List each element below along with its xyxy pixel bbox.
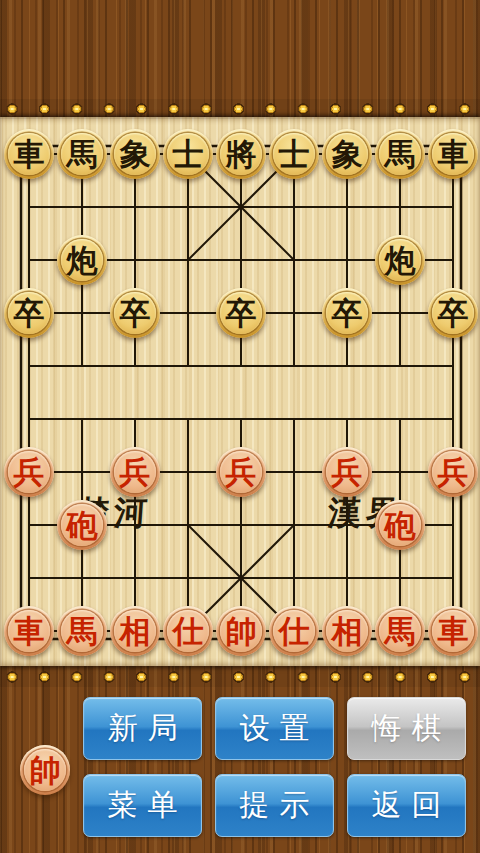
piece-glyph: 馬 <box>385 615 416 647</box>
board-point[interactable]: 卒 <box>215 287 268 340</box>
piece-red-soldier[interactable]: 兵 <box>428 447 478 497</box>
piece-glyph: 兵 <box>226 456 257 488</box>
board-point[interactable]: 仕 <box>162 605 215 658</box>
piece-black-soldier[interactable]: 卒 <box>322 288 372 338</box>
board-point[interactable] <box>3 393 56 446</box>
board-point[interactable] <box>3 340 56 393</box>
board-point[interactable] <box>321 340 374 393</box>
board-point[interactable] <box>3 552 56 605</box>
new-game-button[interactable]: 新局 <box>83 697 202 760</box>
board-point[interactable] <box>427 499 480 552</box>
piece-red-cannon[interactable]: 砲 <box>375 500 425 550</box>
board-point[interactable] <box>109 234 162 287</box>
board-point[interactable] <box>427 181 480 234</box>
board-point[interactable] <box>427 552 480 605</box>
piece-red-elephant[interactable]: 相 <box>110 606 160 656</box>
piece-glyph: 兵 <box>332 456 363 488</box>
board-point[interactable] <box>268 499 321 552</box>
piece-black-elephant[interactable]: 象 <box>110 129 160 179</box>
board-point[interactable] <box>374 287 427 340</box>
board-point[interactable] <box>374 552 427 605</box>
piece-glyph: 車 <box>438 615 469 647</box>
piece-red-general[interactable]: 帥 <box>216 606 266 656</box>
board-point[interactable] <box>374 181 427 234</box>
board-point[interactable]: 兵 <box>215 446 268 499</box>
piece-glyph: 卒 <box>120 297 151 329</box>
board-point[interactable]: 車 <box>427 605 480 658</box>
board-point[interactable]: 車 <box>3 605 56 658</box>
board-point[interactable] <box>162 446 215 499</box>
board-point[interactable] <box>427 340 480 393</box>
piece-glyph: 象 <box>332 138 363 170</box>
board-point[interactable] <box>321 181 374 234</box>
settings-button[interactable]: 设置 <box>215 697 334 760</box>
board-point[interactable] <box>321 393 374 446</box>
piece-glyph: 卒 <box>226 297 257 329</box>
rivet-rail-bottom <box>0 667 480 687</box>
board-point[interactable] <box>56 181 109 234</box>
piece-black-chariot[interactable]: 車 <box>4 129 54 179</box>
board-point[interactable] <box>56 287 109 340</box>
board-point[interactable] <box>268 393 321 446</box>
board-point[interactable] <box>109 552 162 605</box>
board-point[interactable] <box>374 393 427 446</box>
piece-glyph: 帥 <box>226 615 257 647</box>
board-point[interactable] <box>268 181 321 234</box>
board-point[interactable] <box>56 393 109 446</box>
board-point[interactable]: 兵 <box>3 446 56 499</box>
board-point[interactable]: 士 <box>162 128 215 181</box>
xiangqi-app: 楚河 漢界 車馬象士將士象馬車炮炮卒卒卒卒卒兵兵兵兵兵砲砲車馬相仕帥仕相馬車 帥… <box>0 0 480 853</box>
piece-red-soldier[interactable]: 兵 <box>4 447 54 497</box>
board-point[interactable]: 兵 <box>427 446 480 499</box>
piece-glyph: 兵 <box>438 456 469 488</box>
board-point[interactable] <box>162 181 215 234</box>
board-point[interactable] <box>162 499 215 552</box>
piece-glyph: 馬 <box>385 138 416 170</box>
rivet-rail-top <box>0 99 480 119</box>
board-point[interactable] <box>56 446 109 499</box>
board-point[interactable] <box>427 234 480 287</box>
piece-glyph: 相 <box>120 615 151 647</box>
piece-black-advisor[interactable]: 士 <box>269 129 319 179</box>
board-point[interactable] <box>109 393 162 446</box>
piece-red-soldier[interactable]: 兵 <box>216 447 266 497</box>
piece-black-soldier[interactable]: 卒 <box>110 288 160 338</box>
board-point[interactable]: 相 <box>109 605 162 658</box>
piece-black-soldier[interactable]: 卒 <box>4 288 54 338</box>
piece-glyph: 卒 <box>14 297 45 329</box>
board-point[interactable] <box>3 499 56 552</box>
hint-button[interactable]: 提示 <box>215 774 334 837</box>
board-point[interactable] <box>268 340 321 393</box>
piece-black-soldier[interactable]: 卒 <box>428 288 478 338</box>
button-grid: 新局设置悔棋菜单提示返回 <box>83 697 466 837</box>
board-point[interactable] <box>162 393 215 446</box>
board-point[interactable] <box>215 234 268 287</box>
board-point[interactable] <box>321 499 374 552</box>
piece-red-cannon[interactable]: 砲 <box>57 500 107 550</box>
piece-red-soldier[interactable]: 兵 <box>110 447 160 497</box>
board-point[interactable]: 兵 <box>321 446 374 499</box>
board-point[interactable] <box>3 181 56 234</box>
board-point[interactable]: 卒 <box>109 287 162 340</box>
piece-red-soldier[interactable]: 兵 <box>322 447 372 497</box>
board-point[interactable] <box>374 340 427 393</box>
piece-glyph: 車 <box>14 138 45 170</box>
board-point[interactable]: 帥 <box>215 605 268 658</box>
board-point[interactable] <box>56 340 109 393</box>
piece-glyph: 士 <box>173 138 204 170</box>
piece-glyph: 將 <box>226 138 257 170</box>
board-point[interactable]: 砲 <box>56 499 109 552</box>
board-point[interactable]: 馬 <box>374 128 427 181</box>
board-point[interactable] <box>215 340 268 393</box>
piece-glyph: 砲 <box>67 509 98 541</box>
board-point[interactable] <box>374 446 427 499</box>
piece-glyph: 仕 <box>173 615 204 647</box>
piece-glyph: 砲 <box>385 509 416 541</box>
piece-glyph: 炮 <box>385 244 416 276</box>
undo-button[interactable]: 悔棋 <box>347 697 466 760</box>
piece-red-horse[interactable]: 馬 <box>375 606 425 656</box>
board-point[interactable]: 象 <box>321 128 374 181</box>
board-point[interactable]: 象 <box>109 128 162 181</box>
piece-black-chariot[interactable]: 車 <box>428 129 478 179</box>
piece-red-horse[interactable]: 馬 <box>57 606 107 656</box>
piece-glyph: 卒 <box>438 297 469 329</box>
piece-black-cannon[interactable]: 炮 <box>57 235 107 285</box>
piece-black-cannon[interactable]: 炮 <box>375 235 425 285</box>
board-point[interactable] <box>3 234 56 287</box>
board-point[interactable] <box>268 552 321 605</box>
piece-glyph: 馬 <box>67 138 98 170</box>
piece-black-horse[interactable]: 馬 <box>57 129 107 179</box>
board-point[interactable] <box>215 181 268 234</box>
piece-black-general[interactable]: 將 <box>216 129 266 179</box>
piece-black-horse[interactable]: 馬 <box>375 129 425 179</box>
piece-glyph: 象 <box>120 138 151 170</box>
piece-red-elephant[interactable]: 相 <box>322 606 372 656</box>
piece-red-advisor[interactable]: 仕 <box>269 606 319 656</box>
board-point[interactable]: 相 <box>321 605 374 658</box>
board-point[interactable]: 仕 <box>268 605 321 658</box>
board-points: 車馬象士將士象馬車炮炮卒卒卒卒卒兵兵兵兵兵砲砲車馬相仕帥仕相馬車 <box>3 128 480 658</box>
board-point[interactable]: 馬 <box>56 128 109 181</box>
board-point[interactable]: 士 <box>268 128 321 181</box>
turn-indicator-glyph: 帥 <box>30 754 61 786</box>
board-point[interactable]: 炮 <box>56 234 109 287</box>
board-point[interactable]: 車 <box>3 128 56 181</box>
board-point[interactable] <box>109 181 162 234</box>
piece-black-elephant[interactable]: 象 <box>322 129 372 179</box>
board-point[interactable] <box>321 234 374 287</box>
board-point[interactable]: 將 <box>215 128 268 181</box>
piece-glyph: 炮 <box>67 244 98 276</box>
board-point[interactable]: 兵 <box>109 446 162 499</box>
piece-glyph: 卒 <box>332 297 363 329</box>
board-point[interactable] <box>215 499 268 552</box>
board-point[interactable] <box>215 552 268 605</box>
board-point[interactable] <box>321 552 374 605</box>
piece-red-chariot[interactable]: 車 <box>428 606 478 656</box>
piece-glyph: 馬 <box>67 615 98 647</box>
board-point[interactable]: 車 <box>427 128 480 181</box>
piece-black-soldier[interactable]: 卒 <box>216 288 266 338</box>
turn-indicator-piece: 帥 <box>20 745 70 795</box>
board-point[interactable] <box>162 287 215 340</box>
piece-glyph: 相 <box>332 615 363 647</box>
piece-glyph: 仕 <box>279 615 310 647</box>
board-point[interactable] <box>427 393 480 446</box>
piece-glyph: 兵 <box>14 456 45 488</box>
board-point[interactable]: 馬 <box>56 605 109 658</box>
board-point[interactable]: 馬 <box>374 605 427 658</box>
board-point[interactable] <box>268 287 321 340</box>
piece-glyph: 兵 <box>120 456 151 488</box>
back-button[interactable]: 返回 <box>347 774 466 837</box>
piece-glyph: 車 <box>438 138 469 170</box>
board-point[interactable]: 卒 <box>321 287 374 340</box>
board-point[interactable] <box>109 340 162 393</box>
piece-red-chariot[interactable]: 車 <box>4 606 54 656</box>
piece-glyph: 士 <box>279 138 310 170</box>
board-point[interactable] <box>162 234 215 287</box>
menu-button[interactable]: 菜单 <box>83 774 202 837</box>
piece-black-advisor[interactable]: 士 <box>163 129 213 179</box>
piece-glyph: 車 <box>14 615 45 647</box>
board-point[interactable]: 卒 <box>427 287 480 340</box>
board-point[interactable] <box>162 340 215 393</box>
board-point[interactable] <box>162 552 215 605</box>
piece-red-advisor[interactable]: 仕 <box>163 606 213 656</box>
board-point[interactable]: 炮 <box>374 234 427 287</box>
board-point[interactable] <box>215 393 268 446</box>
board-point[interactable] <box>56 552 109 605</box>
board-point[interactable] <box>268 234 321 287</box>
board-point[interactable] <box>109 499 162 552</box>
board-point[interactable] <box>268 446 321 499</box>
board-point[interactable]: 卒 <box>3 287 56 340</box>
board-point[interactable]: 砲 <box>374 499 427 552</box>
